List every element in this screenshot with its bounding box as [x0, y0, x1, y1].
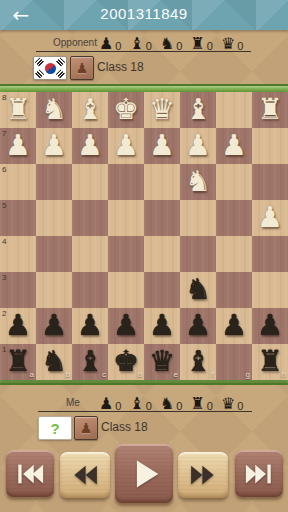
rank-label: 4: [2, 237, 6, 246]
square-d5: [108, 200, 144, 236]
rewind-button[interactable]: [60, 452, 110, 498]
square-a2: 2♟: [0, 308, 36, 344]
app-screen: ← 2001311849 Opponent ♟0♝0♞0♜0♛0 ♟ Class…: [0, 0, 288, 512]
square-c8: ♝: [72, 92, 108, 128]
square-b1: b♞: [36, 344, 72, 380]
square-f1: f♝: [180, 344, 216, 380]
square-e2: ♟: [144, 308, 180, 344]
square-h8: ♜: [252, 92, 288, 128]
square-a1: 1a♜: [0, 344, 36, 380]
play-button[interactable]: [115, 444, 173, 503]
square-f3: ♞: [180, 272, 216, 308]
white-knight: ♞: [180, 167, 216, 196]
me-divider-line: [38, 411, 252, 412]
black-pawn: ♟: [36, 311, 72, 340]
opponent-divider-line: [36, 51, 251, 52]
square-h4: [252, 236, 288, 272]
white-bishop: ♝: [180, 95, 216, 124]
black-pawn: ♟: [108, 311, 144, 340]
opponent-captured-row: ♟0♝0♞0♜0♛0: [99, 33, 243, 53]
fast-forward-button[interactable]: [178, 452, 228, 498]
skip-to-end-icon: [244, 459, 274, 489]
trigram-mark: [35, 69, 44, 78]
unknown-flag-placeholder: ?: [38, 416, 72, 440]
square-c2: ♟: [72, 308, 108, 344]
square-g1: g: [216, 344, 252, 380]
black-pawn: ♟: [72, 311, 108, 340]
black-bishop: ♝: [72, 347, 108, 376]
black-pawn: ♟: [0, 311, 36, 340]
square-e3: [144, 272, 180, 308]
skip-to-start-icon: [15, 459, 45, 489]
black-queen: ♛: [144, 347, 180, 376]
square-d7: ♟: [108, 128, 144, 164]
square-b5: [36, 200, 72, 236]
black-king: ♚: [108, 347, 144, 376]
play-icon: [125, 455, 163, 493]
trigram-mark: [56, 69, 65, 78]
square-b7: ♟: [36, 128, 72, 164]
square-e6: [144, 164, 180, 200]
opponent-label: Opponent: [53, 37, 97, 48]
square-f4: [180, 236, 216, 272]
square-d3: [108, 272, 144, 308]
opponent-avatar: ♟: [70, 56, 94, 80]
skip-to-end-button[interactable]: [235, 450, 283, 497]
pawn-avatar-icon: ♟: [76, 60, 89, 76]
square-e8: ♛: [144, 92, 180, 128]
square-f8: ♝: [180, 92, 216, 128]
square-b6: [36, 164, 72, 200]
rewind-icon: [70, 460, 100, 490]
white-pawn: ♟: [0, 131, 36, 160]
white-rook: ♜: [0, 95, 36, 124]
square-e4: [144, 236, 180, 272]
trigram-mark: [35, 57, 44, 66]
square-d1: d♚: [108, 344, 144, 380]
square-c3: [72, 272, 108, 308]
opponent-class-label: Class 18: [97, 60, 144, 74]
square-e5: [144, 200, 180, 236]
skip-to-start-button[interactable]: [6, 450, 54, 497]
square-a4: 4: [0, 236, 36, 272]
square-h5: ♟: [252, 200, 288, 236]
me-class-label: Class 18: [101, 420, 148, 434]
file-label: g: [246, 370, 250, 379]
square-g6: [216, 164, 252, 200]
square-e1: e♛: [144, 344, 180, 380]
square-c6: [72, 164, 108, 200]
square-b2: ♟: [36, 308, 72, 344]
white-rook: ♜: [252, 95, 288, 124]
white-pawn: ♟: [108, 131, 144, 160]
square-e7: ♟: [144, 128, 180, 164]
black-pawn: ♟: [144, 311, 180, 340]
square-h3: [252, 272, 288, 308]
square-d2: ♟: [108, 308, 144, 344]
chess-board: 8♜♞♝♚♛♝♜7♟♟♟♟♟♟♟6♞5♟43♞2♟♟♟♟♟♟♟♟1a♜b♞c♝d…: [0, 92, 288, 380]
square-c7: ♟: [72, 128, 108, 164]
square-f7: ♟: [180, 128, 216, 164]
me-label: Me: [66, 397, 80, 408]
square-g3: [216, 272, 252, 308]
page-title: 2001311849: [0, 5, 288, 22]
board-frame: 8♜♞♝♚♛♝♜7♟♟♟♟♟♟♟6♞5♟43♞2♟♟♟♟♟♟♟♟1a♜b♞c♝d…: [0, 84, 288, 385]
square-a6: 6: [0, 164, 36, 200]
rank-label: 6: [2, 165, 6, 174]
square-h1: h♜: [252, 344, 288, 380]
taegeuk-symbol: [45, 63, 56, 74]
top-bar: ← 2001311849: [0, 0, 288, 30]
square-h2: ♟: [252, 308, 288, 344]
me-avatar: ♟: [74, 416, 98, 440]
square-a7: 7♟: [0, 128, 36, 164]
square-h7: [252, 128, 288, 164]
black-bishop: ♝: [180, 347, 216, 376]
white-king: ♚: [108, 95, 144, 124]
square-d8: ♚: [108, 92, 144, 128]
square-b8: ♞: [36, 92, 72, 128]
black-pawn: ♟: [180, 311, 216, 340]
white-pawn: ♟: [252, 203, 288, 232]
fast-forward-icon: [188, 460, 218, 490]
square-a3: 3: [0, 272, 36, 308]
square-f2: ♟: [180, 308, 216, 344]
black-pawn: ♟: [252, 311, 288, 340]
pawn-avatar-icon: ♟: [80, 420, 93, 436]
black-rook: ♜: [0, 347, 36, 376]
white-knight: ♞: [36, 95, 72, 124]
square-d6: [108, 164, 144, 200]
square-b4: [36, 236, 72, 272]
square-c5: [72, 200, 108, 236]
square-b3: [36, 272, 72, 308]
trigram-mark: [56, 57, 65, 66]
square-g8: [216, 92, 252, 128]
square-c4: [72, 236, 108, 272]
white-pawn: ♟: [144, 131, 180, 160]
square-f6: ♞: [180, 164, 216, 200]
black-knight: ♞: [36, 347, 72, 376]
black-knight: ♞: [180, 275, 216, 304]
square-d4: [108, 236, 144, 272]
south-korea-flag-icon: [33, 56, 67, 80]
square-f5: [180, 200, 216, 236]
rank-label: 3: [2, 273, 6, 282]
square-a8: 8♜: [0, 92, 36, 128]
rank-label: 5: [2, 201, 6, 210]
question-mark-icon: ?: [50, 420, 59, 437]
white-pawn: ♟: [216, 131, 252, 160]
square-a5: 5: [0, 200, 36, 236]
square-c1: c♝: [72, 344, 108, 380]
white-queen: ♛: [144, 95, 180, 124]
square-g7: ♟: [216, 128, 252, 164]
square-g2: ♟: [216, 308, 252, 344]
black-pawn: ♟: [216, 311, 252, 340]
me-captured-row: ♟0♝0♞0♜0♛0: [99, 393, 243, 413]
white-pawn: ♟: [36, 131, 72, 160]
white-pawn: ♟: [180, 131, 216, 160]
square-g5: [216, 200, 252, 236]
black-rook: ♜: [252, 347, 288, 376]
white-bishop: ♝: [72, 95, 108, 124]
square-g4: [216, 236, 252, 272]
white-pawn: ♟: [72, 131, 108, 160]
square-h6: [252, 164, 288, 200]
